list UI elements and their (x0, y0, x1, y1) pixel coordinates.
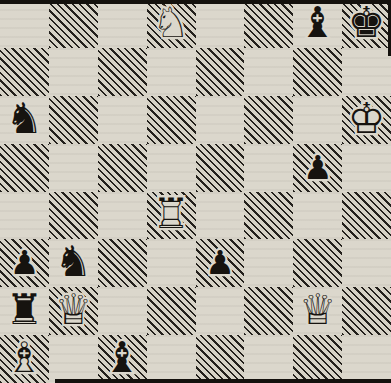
board-bottom-border (55, 379, 391, 383)
square-c5 (98, 144, 147, 192)
white-rook: ♜♖ (147, 192, 196, 240)
white-bishop-glyph: ♗ (6, 337, 44, 379)
chessboard: ♞♘♝♝♚♚♞♞♚♔♟♟♜♖♟♟♞♞♟♟♜♜♛♕♛♕♝♗♝♝ (0, 0, 391, 383)
black-king: ♚♚ (342, 0, 391, 48)
square-a6: ♞♞ (0, 96, 49, 144)
square-h3 (342, 239, 391, 287)
square-g7 (293, 48, 342, 96)
white-bishop: ♝♗ (0, 335, 49, 383)
square-d6 (147, 96, 196, 144)
black-bishop-glyph: ♝ (103, 337, 141, 379)
square-d7 (147, 48, 196, 96)
square-e3: ♟♟ (196, 239, 245, 287)
square-b3: ♞♞ (49, 239, 98, 287)
white-queen: ♛♕ (49, 287, 98, 335)
white-queen: ♛♕ (293, 287, 342, 335)
black-rook-glyph: ♜ (6, 289, 44, 331)
square-b2: ♛♕ (49, 287, 98, 335)
square-d8: ♞♘ (147, 0, 196, 48)
square-d3 (147, 239, 196, 287)
white-king-glyph: ♔ (348, 98, 386, 140)
black-knight-glyph: ♞ (54, 241, 92, 283)
square-g8: ♝♝ (293, 0, 342, 48)
white-rook-glyph: ♖ (152, 194, 190, 236)
square-b1 (49, 335, 98, 383)
newspaper-chess-diagram: ♞♘♝♝♚♚♞♞♚♔♟♟♜♖♟♟♞♞♟♟♜♜♛♕♛♕♝♗♝♝ (0, 0, 391, 383)
square-c8 (98, 0, 147, 48)
square-f2 (244, 287, 293, 335)
black-pawn: ♟♟ (196, 239, 245, 287)
square-h8: ♚♚ (342, 0, 391, 48)
square-c3 (98, 239, 147, 287)
white-knight: ♞♘ (147, 0, 196, 48)
square-g4 (293, 192, 342, 240)
square-c6 (98, 96, 147, 144)
white-king: ♚♔ (342, 96, 391, 144)
black-knight-glyph: ♞ (6, 98, 44, 140)
square-b4 (49, 192, 98, 240)
square-e6 (196, 96, 245, 144)
square-a3: ♟♟ (0, 239, 49, 287)
square-f6 (244, 96, 293, 144)
black-bishop-glyph: ♝ (299, 2, 337, 44)
square-e2 (196, 287, 245, 335)
black-bishop: ♝♝ (98, 335, 147, 383)
square-a8 (0, 0, 49, 48)
square-g1 (293, 335, 342, 383)
black-rook: ♜♜ (0, 287, 49, 335)
square-f5 (244, 144, 293, 192)
square-f3 (244, 239, 293, 287)
square-a7 (0, 48, 49, 96)
square-e1 (196, 335, 245, 383)
square-c1: ♝♝ (98, 335, 147, 383)
white-knight-glyph: ♘ (152, 2, 190, 44)
square-g5: ♟♟ (293, 144, 342, 192)
square-f7 (244, 48, 293, 96)
square-d5 (147, 144, 196, 192)
square-g3 (293, 239, 342, 287)
square-a4 (0, 192, 49, 240)
square-g2: ♛♕ (293, 287, 342, 335)
black-pawn-glyph: ♟ (205, 246, 235, 279)
square-a5 (0, 144, 49, 192)
square-b6 (49, 96, 98, 144)
square-h5 (342, 144, 391, 192)
black-knight: ♞♞ (49, 239, 98, 287)
square-f1 (244, 335, 293, 383)
square-c4 (98, 192, 147, 240)
square-b7 (49, 48, 98, 96)
black-pawn-glyph: ♟ (10, 246, 40, 279)
square-e7 (196, 48, 245, 96)
square-h6: ♚♔ (342, 96, 391, 144)
white-queen-glyph: ♕ (299, 289, 337, 331)
square-g6 (293, 96, 342, 144)
square-e5 (196, 144, 245, 192)
black-pawn: ♟♟ (293, 144, 342, 192)
black-pawn-glyph: ♟ (303, 150, 333, 183)
white-queen-glyph: ♕ (54, 289, 92, 331)
square-h2 (342, 287, 391, 335)
square-b5 (49, 144, 98, 192)
square-a1: ♝♗ (0, 335, 49, 383)
black-king-glyph: ♚ (348, 2, 386, 44)
square-f4 (244, 192, 293, 240)
square-b8 (49, 0, 98, 48)
black-pawn: ♟♟ (0, 239, 49, 287)
black-bishop: ♝♝ (293, 0, 342, 48)
square-h7 (342, 48, 391, 96)
square-d1 (147, 335, 196, 383)
square-f8 (244, 0, 293, 48)
board-top-border (0, 0, 391, 4)
square-h4 (342, 192, 391, 240)
square-a2: ♜♜ (0, 287, 49, 335)
square-e4 (196, 192, 245, 240)
black-knight: ♞♞ (0, 96, 49, 144)
square-c7 (98, 48, 147, 96)
square-h1 (342, 335, 391, 383)
square-d4: ♜♖ (147, 192, 196, 240)
square-d2 (147, 287, 196, 335)
square-e8 (196, 0, 245, 48)
square-c2 (98, 287, 147, 335)
